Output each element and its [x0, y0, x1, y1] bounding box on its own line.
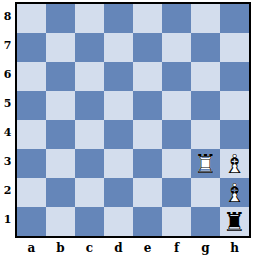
white-rook-fill: ♜ — [191, 149, 220, 178]
square-b2[interactable] — [46, 178, 75, 207]
square-g2[interactable] — [191, 178, 220, 207]
square-g5[interactable] — [191, 91, 220, 120]
square-d2[interactable] — [104, 178, 133, 207]
square-b7[interactable] — [46, 33, 75, 62]
square-e1[interactable] — [133, 207, 162, 236]
square-d7[interactable] — [104, 33, 133, 62]
rank-label-1: 1 — [0, 205, 15, 234]
square-b6[interactable] — [46, 62, 75, 91]
file-label-e: e — [133, 238, 162, 257]
rank-label-8: 8 — [0, 2, 15, 31]
square-b8[interactable] — [46, 4, 75, 33]
square-c2[interactable] — [75, 178, 104, 207]
square-c8[interactable] — [75, 4, 104, 33]
square-g8[interactable] — [191, 4, 220, 33]
rank-labels: 87654321 — [0, 2, 15, 238]
square-c7[interactable] — [75, 33, 104, 62]
square-a1[interactable] — [17, 207, 46, 236]
rank-label-5: 5 — [0, 89, 15, 118]
square-b1[interactable] — [46, 207, 75, 236]
square-f3[interactable] — [162, 149, 191, 178]
square-f7[interactable] — [162, 33, 191, 62]
square-e6[interactable] — [133, 62, 162, 91]
chess-diagram: 87654321 ♜♖♝♗♝♗♜ abcdefgh — [0, 0, 256, 258]
white-bishop-fill: ♝ — [220, 149, 249, 178]
square-h6[interactable] — [220, 62, 249, 91]
white-bishop[interactable]: ♗ — [220, 178, 249, 207]
square-h1[interactable]: ♜ — [220, 207, 249, 236]
square-b5[interactable] — [46, 91, 75, 120]
square-d1[interactable] — [104, 207, 133, 236]
square-f6[interactable] — [162, 62, 191, 91]
square-h8[interactable] — [220, 4, 249, 33]
square-d8[interactable] — [104, 4, 133, 33]
square-g6[interactable] — [191, 62, 220, 91]
square-h4[interactable] — [220, 120, 249, 149]
file-label-c: c — [75, 238, 104, 257]
square-e5[interactable] — [133, 91, 162, 120]
square-d5[interactable] — [104, 91, 133, 120]
square-a4[interactable] — [17, 120, 46, 149]
square-e4[interactable] — [133, 120, 162, 149]
square-c4[interactable] — [75, 120, 104, 149]
square-d4[interactable] — [104, 120, 133, 149]
square-h3[interactable]: ♝♗ — [220, 149, 249, 178]
square-h5[interactable] — [220, 91, 249, 120]
rank-label-4: 4 — [0, 118, 15, 147]
square-g7[interactable] — [191, 33, 220, 62]
file-label-g: g — [191, 238, 220, 257]
rank-label-6: 6 — [0, 60, 15, 89]
square-b3[interactable] — [46, 149, 75, 178]
square-a2[interactable] — [17, 178, 46, 207]
file-labels: abcdefgh — [17, 238, 256, 257]
white-rook[interactable]: ♖ — [191, 149, 220, 178]
square-a6[interactable] — [17, 62, 46, 91]
square-h7[interactable] — [220, 33, 249, 62]
square-a7[interactable] — [17, 33, 46, 62]
square-f8[interactable] — [162, 4, 191, 33]
square-c3[interactable] — [75, 149, 104, 178]
white-bishop[interactable]: ♗ — [220, 149, 249, 178]
white-bishop-fill: ♝ — [220, 178, 249, 207]
square-e8[interactable] — [133, 4, 162, 33]
square-d3[interactable] — [104, 149, 133, 178]
black-rook[interactable]: ♜ — [220, 207, 249, 236]
board: ♜♖♝♗♝♗♜ — [15, 2, 251, 238]
square-e3[interactable] — [133, 149, 162, 178]
square-g3[interactable]: ♜♖ — [191, 149, 220, 178]
square-a3[interactable] — [17, 149, 46, 178]
square-g1[interactable] — [191, 207, 220, 236]
file-label-a: a — [17, 238, 46, 257]
square-f5[interactable] — [162, 91, 191, 120]
rank-label-2: 2 — [0, 176, 15, 205]
file-label-d: d — [104, 238, 133, 257]
square-f4[interactable] — [162, 120, 191, 149]
square-c1[interactable] — [75, 207, 104, 236]
square-e7[interactable] — [133, 33, 162, 62]
rank-label-3: 3 — [0, 147, 15, 176]
file-label-b: b — [46, 238, 75, 257]
square-f2[interactable] — [162, 178, 191, 207]
square-c5[interactable] — [75, 91, 104, 120]
square-h2[interactable]: ♝♗ — [220, 178, 249, 207]
rank-label-7: 7 — [0, 31, 15, 60]
square-e2[interactable] — [133, 178, 162, 207]
square-f1[interactable] — [162, 207, 191, 236]
square-c6[interactable] — [75, 62, 104, 91]
square-a8[interactable] — [17, 4, 46, 33]
file-label-f: f — [162, 238, 191, 257]
square-a5[interactable] — [17, 91, 46, 120]
square-d6[interactable] — [104, 62, 133, 91]
square-g4[interactable] — [191, 120, 220, 149]
file-label-h: h — [220, 238, 249, 257]
square-b4[interactable] — [46, 120, 75, 149]
